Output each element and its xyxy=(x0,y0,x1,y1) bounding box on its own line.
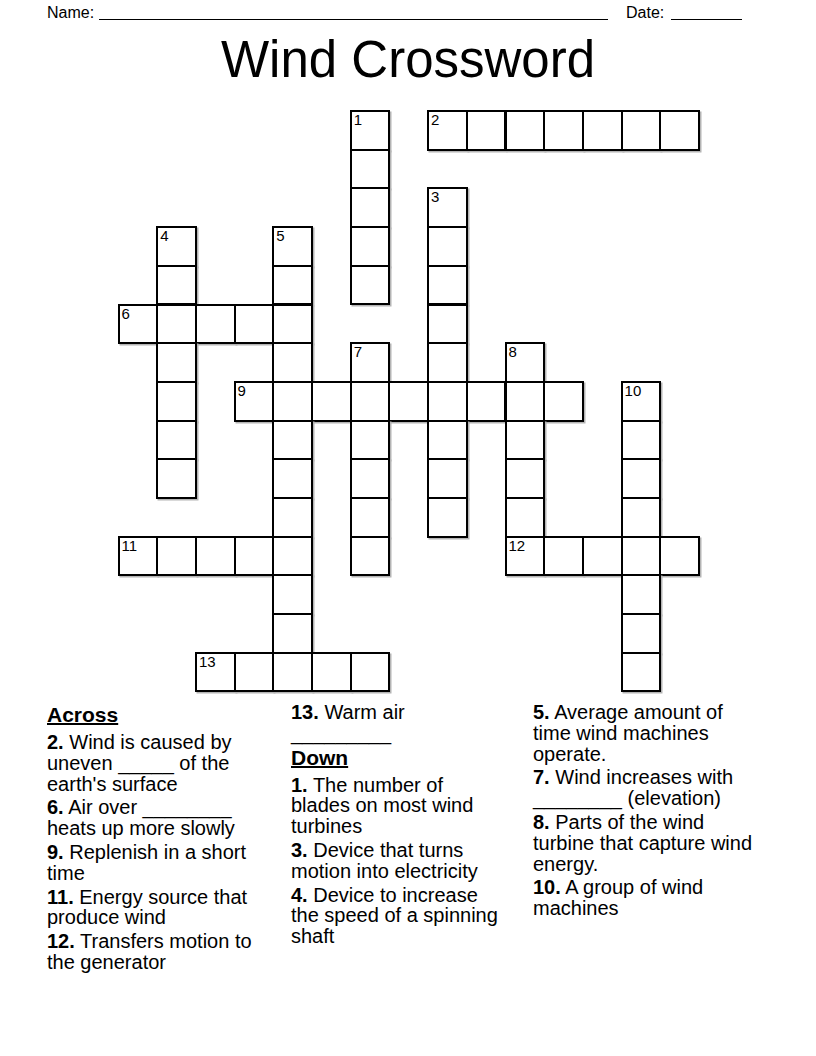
grid-cell[interactable] xyxy=(621,497,662,538)
grid-cell[interactable]: 10 xyxy=(621,381,662,422)
clue-down-4: 4. Device to increase the speed of a spi… xyxy=(291,885,527,947)
clue-across-9: 9. Replenish in a short time xyxy=(47,842,283,884)
grid-cell[interactable] xyxy=(272,652,313,693)
grid-cell[interactable]: 11 xyxy=(118,536,159,577)
grid-cell[interactable] xyxy=(311,652,352,693)
grid-cell[interactable]: 1 xyxy=(350,110,391,151)
clue-number-4: 4 xyxy=(160,228,168,244)
grid-cell[interactable] xyxy=(272,613,313,654)
grid-cell[interactable] xyxy=(543,110,584,151)
grid-cell[interactable] xyxy=(350,226,391,267)
grid-cell[interactable] xyxy=(272,536,313,577)
grid-cell[interactable] xyxy=(505,497,546,538)
grid-cell[interactable] xyxy=(350,420,391,461)
down-heading: Down xyxy=(291,747,527,769)
grid-cell[interactable] xyxy=(195,536,236,577)
clue-across-6: 6. Air over ________ heats up more slowl… xyxy=(47,797,283,839)
clue-text: Replenish in a short time xyxy=(47,841,246,884)
clue-label: 5. xyxy=(533,701,550,723)
clue-label: 7. xyxy=(533,766,550,788)
grid-cell[interactable] xyxy=(156,420,197,461)
grid-cell[interactable] xyxy=(505,110,546,151)
grid-cell[interactable] xyxy=(350,149,391,190)
grid-cell[interactable] xyxy=(466,110,507,151)
grid-cell[interactable] xyxy=(350,187,391,228)
grid-cell[interactable] xyxy=(621,420,662,461)
clue-number-6: 6 xyxy=(122,306,130,322)
clue-number-3: 3 xyxy=(431,189,439,205)
clues-column-3: 5. Average amount of time wind machines … xyxy=(533,702,769,922)
grid-cell[interactable] xyxy=(621,110,662,151)
grid-cell[interactable] xyxy=(621,574,662,615)
clue-across-2: 2. Wind is caused by uneven _____ of the… xyxy=(47,732,283,794)
grid-cell[interactable] xyxy=(543,381,584,422)
grid-cell[interactable] xyxy=(311,381,352,422)
clue-number-8: 8 xyxy=(509,344,517,360)
grid-cell[interactable] xyxy=(272,497,313,538)
grid-cell[interactable] xyxy=(156,536,197,577)
grid-cell[interactable] xyxy=(350,652,391,693)
grid-cell[interactable] xyxy=(582,110,623,151)
grid-cell[interactable] xyxy=(505,420,546,461)
clue-text: Parts of the wind turbine that capture w… xyxy=(533,811,752,875)
grid-cell[interactable] xyxy=(195,304,236,345)
clue-across-13: 13. Warm air _________ xyxy=(291,702,527,744)
grid-cell[interactable]: 2 xyxy=(427,110,468,151)
name-blank-line[interactable] xyxy=(99,3,608,20)
grid-cell[interactable] xyxy=(350,458,391,499)
clue-text: Wind increases with ________ (elevation) xyxy=(533,766,733,809)
clue-label: 11. xyxy=(47,886,74,908)
grid-cell[interactable] xyxy=(272,381,313,422)
clue-label: 13. xyxy=(291,701,319,723)
clue-number-11: 11 xyxy=(122,538,138,554)
grid-cell[interactable] xyxy=(388,381,429,422)
clue-number-10: 10 xyxy=(625,383,642,399)
clue-label: 4. xyxy=(291,884,308,906)
clue-text: Device that turns motion into electricit… xyxy=(291,839,478,882)
grid-cell[interactable] xyxy=(156,458,197,499)
grid-cell[interactable] xyxy=(582,536,623,577)
grid-cell[interactable] xyxy=(621,613,662,654)
clue-label: 10. xyxy=(533,876,561,898)
clue-number-1: 1 xyxy=(354,112,362,128)
grid-cell[interactable] xyxy=(505,458,546,499)
grid-cell[interactable] xyxy=(427,458,468,499)
grid-cell[interactable]: 5 xyxy=(272,226,313,267)
clue-down-7: 7. Wind increases with ________ (elevati… xyxy=(533,767,769,809)
grid-cell[interactable]: 3 xyxy=(427,187,468,228)
grid-cell[interactable]: 12 xyxy=(505,536,546,577)
clues-column-1: Across2. Wind is caused by uneven _____ … xyxy=(47,702,283,976)
clue-down-10: 10. A group of wind machines xyxy=(533,877,769,919)
clue-number-12: 12 xyxy=(509,538,526,554)
page-title: Wind Crossword xyxy=(0,33,816,86)
name-label: Name: xyxy=(47,3,94,23)
grid-cell[interactable] xyxy=(427,342,468,383)
clue-down-3: 3. Device that turns motion into electri… xyxy=(291,840,527,882)
date-label: Date: xyxy=(626,3,664,23)
grid-cell[interactable] xyxy=(350,381,391,422)
worksheet-page: { "game": "crossword", "header": { "name… xyxy=(0,0,816,1056)
grid-cell[interactable] xyxy=(427,226,468,267)
grid-cell[interactable] xyxy=(156,381,197,422)
grid-cell[interactable] xyxy=(272,342,313,383)
grid-cell[interactable] xyxy=(350,497,391,538)
clue-text: Transfers motion to the generator xyxy=(47,930,252,973)
across-heading: Across xyxy=(47,704,283,726)
grid-cell[interactable] xyxy=(234,536,275,577)
clue-text: Average amount of time wind machines ope… xyxy=(533,701,723,765)
clue-label: 2. xyxy=(47,731,64,753)
clue-label: 1. xyxy=(291,774,308,796)
grid-cell[interactable] xyxy=(505,381,546,422)
grid-cell[interactable]: 8 xyxy=(505,342,546,383)
clue-label: 6. xyxy=(47,796,64,818)
clue-text: Device to increase the speed of a spinni… xyxy=(291,884,498,948)
clue-label: 8. xyxy=(533,811,550,833)
clue-label: 12. xyxy=(47,930,75,952)
clue-down-1: 1. The number of blades on most wind tur… xyxy=(291,775,527,837)
grid-cell[interactable] xyxy=(234,652,275,693)
clue-text: Wind is caused by uneven _____ of the ea… xyxy=(47,731,232,795)
grid-cell[interactable]: 7 xyxy=(350,342,391,383)
clue-down-8: 8. Parts of the wind turbine that captur… xyxy=(533,812,769,874)
clue-across-12: 12. Transfers motion to the generator xyxy=(47,931,283,973)
clue-number-5: 5 xyxy=(276,228,284,244)
grid-cell[interactable] xyxy=(659,110,700,151)
grid-cell[interactable] xyxy=(427,497,468,538)
grid-cell[interactable] xyxy=(272,420,313,461)
clue-number-9: 9 xyxy=(238,383,246,399)
grid-cell[interactable] xyxy=(272,574,313,615)
grid-cell[interactable] xyxy=(621,458,662,499)
clue-number-2: 2 xyxy=(431,112,439,128)
grid-cell[interactable]: 4 xyxy=(156,226,197,267)
grid-cell[interactable] xyxy=(350,536,391,577)
grid-cell[interactable] xyxy=(156,304,197,345)
grid-cell[interactable] xyxy=(234,304,275,345)
grid-cell[interactable] xyxy=(272,265,313,306)
clue-down-5: 5. Average amount of time wind machines … xyxy=(533,702,769,764)
clue-number-13: 13 xyxy=(199,654,216,670)
grid-cell[interactable] xyxy=(466,381,507,422)
clue-label: 9. xyxy=(47,841,64,863)
grid-cell[interactable]: 6 xyxy=(118,304,159,345)
grid-cell[interactable] xyxy=(427,420,468,461)
grid-cell[interactable] xyxy=(427,265,468,306)
grid-cell[interactable] xyxy=(272,304,313,345)
grid-cell[interactable] xyxy=(156,342,197,383)
date-blank-line[interactable] xyxy=(671,3,742,20)
clue-text: Energy source that produce wind xyxy=(47,886,247,929)
grid-cell[interactable] xyxy=(427,381,468,422)
grid-cell[interactable]: 9 xyxy=(234,381,275,422)
clue-text: The number of blades on most wind turbin… xyxy=(291,774,473,838)
grid-cell[interactable] xyxy=(156,265,197,306)
grid-cell[interactable] xyxy=(272,458,313,499)
clue-across-11: 11. Energy source that produce wind xyxy=(47,887,283,929)
clue-text: Air over ________ heats up more slowly xyxy=(47,796,235,839)
clues-column-2: 13. Warm air _________Down1. The number … xyxy=(291,702,527,950)
grid-cell[interactable] xyxy=(621,536,662,577)
grid-cell[interactable] xyxy=(659,536,700,577)
grid-cell[interactable] xyxy=(543,536,584,577)
clue-label: 3. xyxy=(291,839,308,861)
grid-cell[interactable] xyxy=(427,304,468,345)
grid-cell[interactable]: 13 xyxy=(195,652,236,693)
clue-number-7: 7 xyxy=(354,344,362,360)
grid-cell[interactable] xyxy=(350,265,391,306)
grid-cell[interactable] xyxy=(621,652,662,693)
